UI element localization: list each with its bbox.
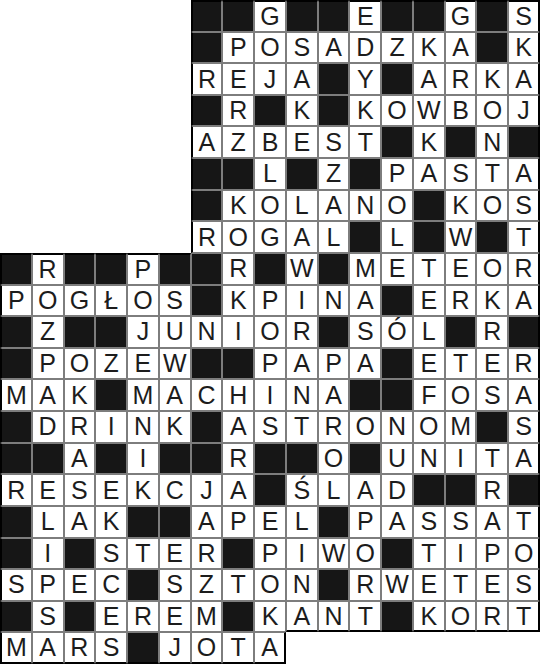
letter-cell[interactable]: M	[127, 379, 159, 411]
letter-cell[interactable]: M	[349, 253, 381, 285]
letter-cell[interactable]: A	[508, 63, 540, 95]
letter-cell[interactable]: L	[254, 158, 286, 190]
letter-cell[interactable]: M	[445, 411, 477, 443]
letter-cell[interactable]: E	[222, 63, 254, 95]
letter-cell[interactable]: T	[413, 538, 445, 570]
letter-cell[interactable]: D	[32, 411, 64, 443]
letter-cell[interactable]: G	[64, 285, 96, 317]
letter-cell[interactable]: A	[286, 348, 318, 380]
letter-cell[interactable]: O	[64, 348, 96, 380]
outside-area	[32, 126, 64, 158]
letter-cell[interactable]: S	[254, 411, 286, 443]
letter-cell[interactable]: A	[508, 379, 540, 411]
outside-area	[95, 190, 127, 222]
letter-cell[interactable]: N	[127, 411, 159, 443]
letter-cell[interactable]: E	[64, 569, 96, 601]
letter-cell[interactable]: N	[286, 379, 318, 411]
letter-cell[interactable]: R	[222, 253, 254, 285]
letter-cell[interactable]: K	[413, 126, 445, 158]
letter-cell[interactable]: K	[413, 32, 445, 64]
letter-cell[interactable]: L	[286, 190, 318, 222]
block-cell	[381, 348, 413, 380]
letter-cell[interactable]: E	[413, 285, 445, 317]
letter-cell[interactable]: G	[445, 0, 477, 32]
letter-cell[interactable]: A	[286, 63, 318, 95]
letter-cell[interactable]: P	[254, 285, 286, 317]
letter-cell[interactable]: W	[445, 221, 477, 253]
letter-cell[interactable]: N	[318, 601, 350, 633]
letter-cell[interactable]: T	[476, 158, 508, 190]
outside-area	[64, 63, 96, 95]
letter-cell[interactable]: O	[508, 538, 540, 570]
letter-cell[interactable]: K	[413, 601, 445, 633]
block-cell	[318, 0, 350, 32]
letter-cell[interactable]: I	[127, 443, 159, 475]
block-cell	[381, 379, 413, 411]
letter-cell[interactable]: T	[413, 253, 445, 285]
letter-cell[interactable]: A	[318, 32, 350, 64]
outside-area	[381, 632, 413, 664]
letter-cell[interactable]: O	[191, 632, 223, 664]
outside-area	[445, 632, 477, 664]
letter-cell[interactable]: R	[191, 538, 223, 570]
letter-cell[interactable]: S	[95, 538, 127, 570]
letter-cell[interactable]: O	[445, 379, 477, 411]
letter-cell[interactable]: W	[381, 569, 413, 601]
letter-cell[interactable]: K	[222, 190, 254, 222]
letter-cell[interactable]: G	[254, 0, 286, 32]
letter-cell[interactable]: K	[286, 95, 318, 127]
letter-cell[interactable]: Z	[191, 569, 223, 601]
outside-area	[349, 632, 381, 664]
letter-cell[interactable]: R	[222, 443, 254, 475]
outside-area	[0, 32, 32, 64]
letter-cell[interactable]: Ó	[381, 316, 413, 348]
outside-area	[64, 190, 96, 222]
block-cell	[95, 316, 127, 348]
letter-cell[interactable]: S	[445, 506, 477, 538]
block-cell	[95, 443, 127, 475]
outside-area	[0, 190, 32, 222]
letter-cell[interactable]: A	[254, 632, 286, 664]
letter-cell[interactable]: O	[413, 411, 445, 443]
block-cell	[127, 569, 159, 601]
letter-cell[interactable]: T	[349, 126, 381, 158]
letter-cell[interactable]: R	[445, 63, 477, 95]
letter-cell[interactable]: A	[508, 285, 540, 317]
letter-cell[interactable]: S	[508, 569, 540, 601]
letter-cell[interactable]: R	[191, 221, 223, 253]
block-cell	[318, 63, 350, 95]
letter-cell[interactable]: S	[159, 285, 191, 317]
letter-cell[interactable]: A	[159, 379, 191, 411]
letter-cell[interactable]: E	[349, 0, 381, 32]
letter-cell[interactable]: L	[413, 316, 445, 348]
block-cell	[349, 158, 381, 190]
letter-cell[interactable]: J	[508, 95, 540, 127]
letter-cell[interactable]: N	[413, 443, 445, 475]
letter-cell[interactable]: R	[508, 253, 540, 285]
outside-area	[159, 190, 191, 222]
letter-cell[interactable]: Z	[95, 348, 127, 380]
letter-cell[interactable]: I	[286, 285, 318, 317]
letter-cell[interactable]: I	[445, 443, 477, 475]
block-cell	[413, 190, 445, 222]
block-cell	[476, 0, 508, 32]
letter-cell[interactable]: R	[476, 601, 508, 633]
block-cell	[64, 538, 96, 570]
letter-cell[interactable]: R	[32, 253, 64, 285]
block-cell	[413, 0, 445, 32]
block-cell	[381, 285, 413, 317]
letter-cell[interactable]: A	[381, 506, 413, 538]
letter-cell[interactable]: L	[318, 221, 350, 253]
letter-cell[interactable]: A	[222, 474, 254, 506]
outside-area	[127, 190, 159, 222]
letter-cell[interactable]: D	[349, 32, 381, 64]
letter-cell[interactable]: R	[318, 411, 350, 443]
outside-area	[0, 63, 32, 95]
block-cell	[64, 253, 96, 285]
letter-cell[interactable]: A	[222, 411, 254, 443]
letter-cell[interactable]: A	[286, 601, 318, 633]
letter-cell[interactable]: S	[95, 632, 127, 664]
outside-area	[0, 221, 32, 253]
letter-cell[interactable]: C	[159, 474, 191, 506]
block-cell	[191, 190, 223, 222]
letter-cell[interactable]: E	[127, 348, 159, 380]
letter-cell[interactable]: P	[127, 253, 159, 285]
letter-cell[interactable]: J	[159, 632, 191, 664]
letter-cell[interactable]: O	[476, 190, 508, 222]
block-cell	[0, 348, 32, 380]
block-cell	[381, 601, 413, 633]
letter-cell[interactable]: E	[286, 126, 318, 158]
block-cell	[64, 601, 96, 633]
block-cell	[508, 474, 540, 506]
letter-cell[interactable]: F	[413, 379, 445, 411]
letter-cell[interactable]: W	[159, 348, 191, 380]
letter-cell[interactable]: R	[127, 601, 159, 633]
letter-cell[interactable]: A	[413, 63, 445, 95]
letter-cell[interactable]: U	[381, 443, 413, 475]
letter-cell[interactable]: E	[445, 253, 477, 285]
letter-cell[interactable]: T	[445, 348, 477, 380]
letter-cell[interactable]: A	[318, 379, 350, 411]
letter-cell[interactable]: R	[222, 95, 254, 127]
letter-cell[interactable]: Z	[222, 126, 254, 158]
letter-cell[interactable]: O	[381, 190, 413, 222]
letter-cell[interactable]: C	[95, 569, 127, 601]
letter-cell[interactable]: T	[286, 411, 318, 443]
letter-cell[interactable]: S	[32, 601, 64, 633]
letter-cell[interactable]: A	[286, 221, 318, 253]
block-cell	[191, 411, 223, 443]
outside-area	[318, 632, 350, 664]
letter-cell[interactable]: N	[286, 569, 318, 601]
outside-area	[32, 221, 64, 253]
letter-cell[interactable]: P	[381, 158, 413, 190]
block-cell	[159, 506, 191, 538]
letter-cell[interactable]: N	[318, 285, 350, 317]
letter-cell[interactable]: R	[286, 316, 318, 348]
block-cell	[0, 411, 32, 443]
letter-cell[interactable]: P	[254, 348, 286, 380]
block-cell	[381, 63, 413, 95]
letter-cell[interactable]: I	[222, 316, 254, 348]
letter-cell[interactable]: N	[191, 316, 223, 348]
letter-cell[interactable]: K	[508, 32, 540, 64]
letter-cell[interactable]: Z	[381, 32, 413, 64]
letter-cell[interactable]: P	[32, 569, 64, 601]
letter-cell[interactable]: S	[413, 506, 445, 538]
letter-cell[interactable]: L	[381, 221, 413, 253]
block-cell	[0, 443, 32, 475]
outside-area	[32, 32, 64, 64]
letter-cell[interactable]: R	[476, 474, 508, 506]
letter-cell[interactable]: E	[159, 538, 191, 570]
block-cell	[191, 32, 223, 64]
letter-cell[interactable]: A	[191, 506, 223, 538]
letter-cell[interactable]: T	[508, 601, 540, 633]
letter-cell[interactable]: K	[349, 95, 381, 127]
letter-cell[interactable]: S	[64, 474, 96, 506]
letter-cell[interactable]: A	[64, 443, 96, 475]
letter-cell[interactable]: N	[381, 411, 413, 443]
block-cell	[191, 95, 223, 127]
letter-cell[interactable]: S	[0, 569, 32, 601]
letter-cell[interactable]: E	[381, 253, 413, 285]
outside-area	[159, 0, 191, 32]
letter-cell[interactable]: O	[254, 32, 286, 64]
letter-cell[interactable]: R	[349, 569, 381, 601]
block-cell	[127, 506, 159, 538]
letter-cell[interactable]: M	[191, 601, 223, 633]
letter-cell[interactable]: O	[476, 95, 508, 127]
block-cell	[222, 601, 254, 633]
letter-cell[interactable]: J	[254, 63, 286, 95]
outside-area	[127, 0, 159, 32]
letter-cell[interactable]: N	[476, 126, 508, 158]
letter-cell[interactable]: E	[32, 474, 64, 506]
block-cell	[0, 253, 32, 285]
block-cell	[254, 95, 286, 127]
letter-cell[interactable]: T	[508, 506, 540, 538]
letter-cell[interactable]: L	[286, 506, 318, 538]
letter-cell[interactable]: R	[508, 348, 540, 380]
letter-cell[interactable]: S	[349, 316, 381, 348]
letter-cell[interactable]: S	[508, 411, 540, 443]
letter-cell[interactable]: O	[318, 443, 350, 475]
outside-area	[159, 95, 191, 127]
letter-cell[interactable]: A	[32, 379, 64, 411]
letter-cell[interactable]: B	[254, 126, 286, 158]
block-cell	[381, 126, 413, 158]
letter-cell[interactable]: A	[191, 126, 223, 158]
outside-area	[508, 632, 540, 664]
letter-cell[interactable]: O	[349, 538, 381, 570]
letter-cell[interactable]: A	[508, 443, 540, 475]
outside-area	[95, 32, 127, 64]
letter-cell[interactable]: O	[381, 95, 413, 127]
outside-area	[32, 158, 64, 190]
letter-cell[interactable]: E	[95, 601, 127, 633]
letter-cell[interactable]: S	[476, 379, 508, 411]
letter-cell[interactable]: P	[222, 506, 254, 538]
letter-cell[interactable]: P	[32, 348, 64, 380]
block-cell	[191, 348, 223, 380]
letter-cell[interactable]: E	[413, 569, 445, 601]
letter-cell[interactable]: S	[445, 158, 477, 190]
block-cell	[222, 0, 254, 32]
letter-cell[interactable]: S	[508, 0, 540, 32]
outside-area	[159, 63, 191, 95]
letter-cell[interactable]: P	[254, 538, 286, 570]
letter-cell[interactable]: Ł	[95, 285, 127, 317]
letter-cell[interactable]: T	[476, 443, 508, 475]
letter-cell[interactable]: T	[127, 538, 159, 570]
letter-cell[interactable]: O	[254, 569, 286, 601]
letter-cell[interactable]: W	[318, 538, 350, 570]
letter-cell[interactable]: W	[286, 253, 318, 285]
letter-cell[interactable]: R	[64, 632, 96, 664]
letter-cell[interactable]: A	[32, 632, 64, 664]
letter-cell[interactable]: T	[508, 221, 540, 253]
letter-cell[interactable]: R	[445, 285, 477, 317]
letter-cell[interactable]: S	[508, 190, 540, 222]
letter-cell[interactable]: A	[318, 190, 350, 222]
letter-cell[interactable]: O	[349, 411, 381, 443]
letter-cell[interactable]: I	[254, 379, 286, 411]
outside-area	[95, 158, 127, 190]
letter-cell[interactable]: M	[0, 379, 32, 411]
letter-cell[interactable]: I	[286, 538, 318, 570]
outside-area	[127, 63, 159, 95]
letter-cell[interactable]: T	[349, 601, 381, 633]
letter-cell[interactable]: P	[318, 348, 350, 380]
letter-cell[interactable]: S	[318, 126, 350, 158]
letter-cell[interactable]: A	[476, 506, 508, 538]
block-cell	[95, 253, 127, 285]
letter-cell[interactable]: S	[159, 569, 191, 601]
letter-cell[interactable]: Z	[32, 316, 64, 348]
letter-cell[interactable]: T	[445, 569, 477, 601]
letter-cell[interactable]: P	[476, 538, 508, 570]
block-cell	[413, 474, 445, 506]
letter-cell[interactable]: A	[508, 158, 540, 190]
block-cell	[0, 316, 32, 348]
letter-cell[interactable]: L	[318, 474, 350, 506]
outside-area	[0, 0, 32, 32]
letter-cell[interactable]: O	[445, 601, 477, 633]
letter-cell[interactable]: K	[445, 190, 477, 222]
block-cell	[286, 443, 318, 475]
letter-cell[interactable]: K	[476, 63, 508, 95]
letter-cell[interactable]: E	[476, 569, 508, 601]
letter-cell[interactable]: K	[222, 285, 254, 317]
letter-cell[interactable]: M	[0, 632, 32, 664]
letter-cell[interactable]: I	[445, 538, 477, 570]
letter-cell[interactable]: I	[32, 538, 64, 570]
letter-cell[interactable]: K	[159, 411, 191, 443]
letter-cell[interactable]: D	[381, 474, 413, 506]
outside-area	[95, 63, 127, 95]
block-cell	[0, 601, 32, 633]
letter-cell[interactable]: J	[191, 474, 223, 506]
letter-cell[interactable]: A	[413, 158, 445, 190]
outside-area	[127, 32, 159, 64]
letter-cell[interactable]: E	[413, 348, 445, 380]
letter-cell[interactable]: K	[476, 285, 508, 317]
letter-cell[interactable]: L	[32, 506, 64, 538]
letter-cell[interactable]: K	[64, 379, 96, 411]
outside-area	[95, 95, 127, 127]
letter-cell[interactable]: Y	[349, 63, 381, 95]
letter-cell[interactable]: P	[0, 285, 32, 317]
block-cell	[286, 158, 318, 190]
letter-cell[interactable]: R	[476, 316, 508, 348]
block-cell	[32, 443, 64, 475]
letter-cell[interactable]: T	[222, 569, 254, 601]
letter-cell[interactable]: T	[222, 632, 254, 664]
letter-cell[interactable]: I	[95, 411, 127, 443]
letter-cell[interactable]: E	[95, 474, 127, 506]
letter-cell[interactable]: A	[349, 474, 381, 506]
letter-cell[interactable]: A	[349, 285, 381, 317]
letter-cell[interactable]: R	[0, 474, 32, 506]
letter-cell[interactable]: K	[254, 601, 286, 633]
letter-cell[interactable]: A	[445, 32, 477, 64]
letter-cell[interactable]: O	[222, 221, 254, 253]
letter-cell[interactable]: K	[127, 474, 159, 506]
letter-cell[interactable]: O	[32, 285, 64, 317]
letter-cell[interactable]: R	[64, 411, 96, 443]
letter-cell[interactable]: P	[222, 32, 254, 64]
block-cell	[222, 348, 254, 380]
letter-cell[interactable]: C	[191, 379, 223, 411]
block-cell	[318, 506, 350, 538]
block-cell	[222, 538, 254, 570]
letter-cell[interactable]: O	[254, 316, 286, 348]
letter-cell[interactable]: O	[127, 285, 159, 317]
letter-cell[interactable]: R	[191, 63, 223, 95]
block-cell	[191, 443, 223, 475]
letter-cell[interactable]: N	[349, 190, 381, 222]
letter-cell[interactable]: K	[95, 506, 127, 538]
letter-cell[interactable]: W	[413, 95, 445, 127]
letter-cell[interactable]: Ś	[286, 474, 318, 506]
letter-cell[interactable]: O	[476, 253, 508, 285]
letter-cell[interactable]: O	[254, 190, 286, 222]
letter-cell[interactable]: P	[349, 506, 381, 538]
letter-cell[interactable]: J	[127, 316, 159, 348]
outside-area	[32, 95, 64, 127]
letter-cell[interactable]: U	[159, 316, 191, 348]
letter-cell[interactable]: B	[445, 95, 477, 127]
letter-cell[interactable]: E	[254, 506, 286, 538]
letter-cell[interactable]: S	[286, 32, 318, 64]
letter-cell[interactable]: G	[254, 221, 286, 253]
letter-cell[interactable]: E	[476, 348, 508, 380]
crossword-board: GEGSPOSADZKAKREJAYARKARKKOWBOJAZBESTKNLZ…	[0, 0, 540, 664]
block-cell	[381, 538, 413, 570]
letter-cell[interactable]: A	[64, 506, 96, 538]
letter-cell[interactable]: H	[222, 379, 254, 411]
letter-cell[interactable]: Z	[318, 158, 350, 190]
letter-cell[interactable]: A	[349, 348, 381, 380]
block-cell	[445, 474, 477, 506]
letter-cell[interactable]: E	[159, 601, 191, 633]
